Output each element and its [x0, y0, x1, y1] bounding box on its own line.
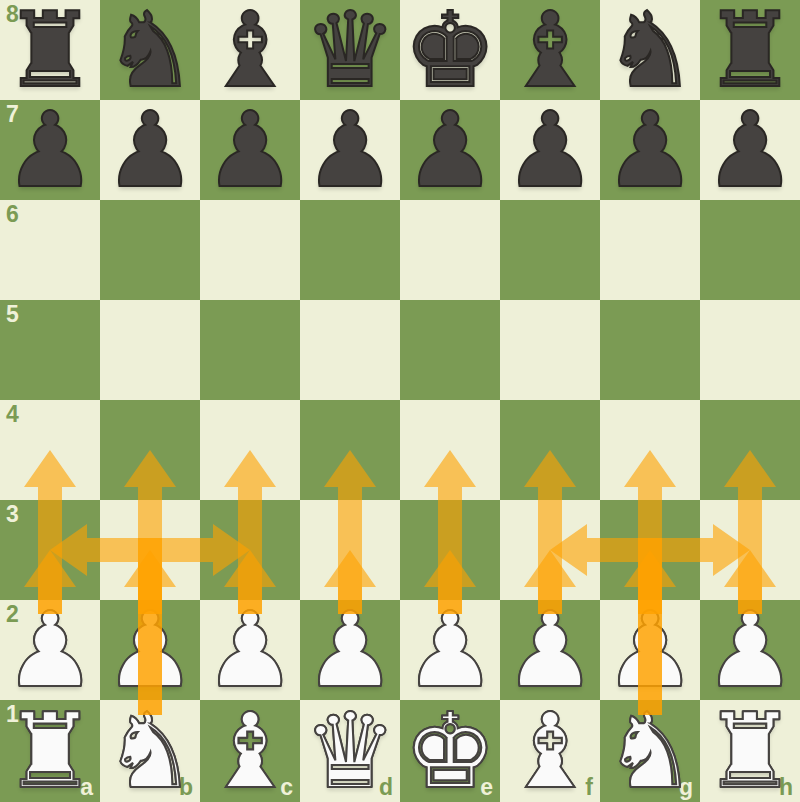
square-g1[interactable]: g♞: [600, 700, 700, 802]
square-b2[interactable]: ♟: [100, 600, 200, 700]
piece-white-pawn[interactable]: ♟: [400, 600, 500, 700]
square-c1[interactable]: c♝: [200, 700, 300, 802]
square-g2[interactable]: ♟: [600, 600, 700, 700]
square-c2[interactable]: ♟: [200, 600, 300, 700]
piece-white-pawn[interactable]: ♟: [500, 600, 600, 700]
piece-white-king[interactable]: ♚: [400, 700, 500, 802]
square-c7[interactable]: ♟: [200, 100, 300, 200]
square-g4[interactable]: [600, 400, 700, 500]
square-b1[interactable]: b♞: [100, 700, 200, 802]
square-h8[interactable]: ♜: [700, 0, 800, 100]
square-h4[interactable]: [700, 400, 800, 500]
piece-white-knight[interactable]: ♞: [100, 700, 200, 802]
square-d4[interactable]: [300, 400, 400, 500]
square-a7[interactable]: 7♟: [0, 100, 100, 200]
piece-black-pawn[interactable]: ♟: [100, 100, 200, 200]
square-d6[interactable]: [300, 200, 400, 300]
square-f1[interactable]: f♝: [500, 700, 600, 802]
square-d1[interactable]: d♛: [300, 700, 400, 802]
piece-black-pawn[interactable]: ♟: [400, 100, 500, 200]
square-f4[interactable]: [500, 400, 600, 500]
square-h5[interactable]: [700, 300, 800, 400]
piece-white-pawn[interactable]: ♟: [0, 600, 100, 700]
square-b4[interactable]: [100, 400, 200, 500]
square-e4[interactable]: [400, 400, 500, 500]
piece-black-king[interactable]: ♚: [400, 0, 500, 100]
square-c5[interactable]: [200, 300, 300, 400]
piece-black-rook[interactable]: ♜: [0, 0, 100, 100]
square-g3[interactable]: [600, 500, 700, 600]
square-c4[interactable]: [200, 400, 300, 500]
piece-white-pawn[interactable]: ♟: [100, 600, 200, 700]
piece-white-rook[interactable]: ♜: [700, 700, 800, 802]
square-a6[interactable]: 6: [0, 200, 100, 300]
rank-label-5: 5: [6, 303, 19, 326]
piece-white-rook[interactable]: ♜: [0, 700, 100, 802]
square-d8[interactable]: ♛: [300, 0, 400, 100]
square-f8[interactable]: ♝: [500, 0, 600, 100]
piece-black-pawn[interactable]: ♟: [200, 100, 300, 200]
square-e1[interactable]: e♚: [400, 700, 500, 802]
square-h7[interactable]: ♟: [700, 100, 800, 200]
square-e8[interactable]: ♚: [400, 0, 500, 100]
square-g5[interactable]: [600, 300, 700, 400]
square-d2[interactable]: ♟: [300, 600, 400, 700]
piece-black-rook[interactable]: ♜: [700, 0, 800, 100]
piece-black-bishop[interactable]: ♝: [200, 0, 300, 100]
square-d5[interactable]: [300, 300, 400, 400]
piece-white-pawn[interactable]: ♟: [700, 600, 800, 700]
square-b3[interactable]: [100, 500, 200, 600]
piece-white-knight[interactable]: ♞: [600, 700, 700, 802]
piece-black-knight[interactable]: ♞: [600, 0, 700, 100]
square-f5[interactable]: [500, 300, 600, 400]
square-d7[interactable]: ♟: [300, 100, 400, 200]
square-e6[interactable]: [400, 200, 500, 300]
square-a2[interactable]: 2♟: [0, 600, 100, 700]
square-b6[interactable]: [100, 200, 200, 300]
piece-black-pawn[interactable]: ♟: [0, 100, 100, 200]
square-h2[interactable]: ♟: [700, 600, 800, 700]
chess-board: 8♜♞♝♛♚♝♞♜7♟♟♟♟♟♟♟♟65432♟♟♟♟♟♟♟♟1a♜b♞c♝d♛…: [0, 0, 800, 802]
square-e5[interactable]: [400, 300, 500, 400]
square-h6[interactable]: [700, 200, 800, 300]
square-c8[interactable]: ♝: [200, 0, 300, 100]
square-c6[interactable]: [200, 200, 300, 300]
square-a5[interactable]: 5: [0, 300, 100, 400]
rank-label-3: 3: [6, 503, 19, 526]
square-e7[interactable]: ♟: [400, 100, 500, 200]
square-h1[interactable]: h♜: [700, 700, 800, 802]
square-f7[interactable]: ♟: [500, 100, 600, 200]
square-f3[interactable]: [500, 500, 600, 600]
square-a8[interactable]: 8♜: [0, 0, 100, 100]
square-g7[interactable]: ♟: [600, 100, 700, 200]
rank-label-4: 4: [6, 403, 19, 426]
square-g8[interactable]: ♞: [600, 0, 700, 100]
piece-black-pawn[interactable]: ♟: [300, 100, 400, 200]
square-b8[interactable]: ♞: [100, 0, 200, 100]
square-h3[interactable]: [700, 500, 800, 600]
square-a4[interactable]: 4: [0, 400, 100, 500]
square-e2[interactable]: ♟: [400, 600, 500, 700]
piece-white-pawn[interactable]: ♟: [600, 600, 700, 700]
square-f2[interactable]: ♟: [500, 600, 600, 700]
piece-black-knight[interactable]: ♞: [100, 0, 200, 100]
square-b7[interactable]: ♟: [100, 100, 200, 200]
square-a3[interactable]: 3: [0, 500, 100, 600]
square-f6[interactable]: [500, 200, 600, 300]
square-c3[interactable]: [200, 500, 300, 600]
square-d3[interactable]: [300, 500, 400, 600]
piece-black-pawn[interactable]: ♟: [600, 100, 700, 200]
square-b5[interactable]: [100, 300, 200, 400]
piece-black-pawn[interactable]: ♟: [700, 100, 800, 200]
rank-label-6: 6: [6, 203, 19, 226]
square-e3[interactable]: [400, 500, 500, 600]
piece-white-pawn[interactable]: ♟: [200, 600, 300, 700]
piece-white-bishop[interactable]: ♝: [500, 700, 600, 802]
square-g6[interactable]: [600, 200, 700, 300]
piece-white-bishop[interactable]: ♝: [200, 700, 300, 802]
piece-white-queen[interactable]: ♛: [300, 700, 400, 802]
square-a1[interactable]: 1a♜: [0, 700, 100, 802]
piece-black-pawn[interactable]: ♟: [500, 100, 600, 200]
piece-black-queen[interactable]: ♛: [300, 0, 400, 100]
piece-white-pawn[interactable]: ♟: [300, 600, 400, 700]
piece-black-bishop[interactable]: ♝: [500, 0, 600, 100]
